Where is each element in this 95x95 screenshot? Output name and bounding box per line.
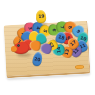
piece-number: 17 <box>69 39 77 46</box>
snake-eye-icon <box>17 44 20 47</box>
loose-piece-19[interactable]: 19 <box>36 9 47 23</box>
snake-snout <box>11 46 17 52</box>
piece-number: 19 <box>38 14 45 19</box>
product-photo-stage: 1234567891011121314151617181920 <box>0 0 95 95</box>
puzzle-piece[interactable] <box>29 39 42 51</box>
piece-number: 20 <box>33 56 40 62</box>
piece-number: 18 <box>57 34 64 40</box>
